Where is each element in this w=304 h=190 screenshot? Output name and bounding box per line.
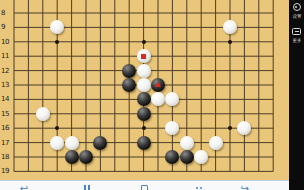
white-stone <box>209 136 223 150</box>
pause-shape <box>84 185 86 190</box>
white-stone <box>137 78 151 92</box>
row-coordinate-label: 17 <box>1 139 13 147</box>
row-coordinate-label: 18 <box>1 153 13 161</box>
black-stone <box>93 136 107 150</box>
sidebar-button-more[interactable]: 更多 <box>292 28 302 43</box>
white-stone <box>50 136 64 150</box>
sidebar-button-label: 设置 <box>292 13 301 18</box>
row-coordinate-label: 16 <box>1 124 13 132</box>
red-square-marker <box>141 54 146 59</box>
white-stone <box>36 107 50 121</box>
row-coordinate-label: 8 <box>1 9 13 17</box>
row-coordinate-label: 15 <box>1 110 13 118</box>
more-icon <box>292 28 301 35</box>
row-coordinate-label: 19 <box>1 167 13 175</box>
row-coordinate-label: 9 <box>1 23 13 31</box>
row-coordinate-label: 13 <box>1 81 13 89</box>
undo-arrow-icon[interactable]: ↩ <box>17 183 31 190</box>
red-triangle-marker <box>155 82 161 87</box>
white-stone <box>180 136 194 150</box>
row-coordinate-label: 11 <box>1 52 13 60</box>
row-coordinate-label: 14 <box>1 95 13 103</box>
bottom-toolbar: ↩↪ <box>0 180 289 190</box>
sidebar-button-gear[interactable]: 设置 <box>292 3 302 19</box>
star-point <box>142 126 146 130</box>
pause-icon[interactable] <box>80 183 94 190</box>
white-stone <box>137 64 151 78</box>
dots-shape <box>196 187 198 189</box>
black-stone <box>137 107 151 121</box>
black-stone <box>151 78 165 92</box>
redo-arrow-icon[interactable]: ↪ <box>238 183 252 190</box>
row-coordinate-label: 10 <box>1 38 13 46</box>
right-sidebar: 设置更多 <box>289 0 304 190</box>
star-point <box>228 40 232 44</box>
square-shape <box>141 185 148 190</box>
black-stone <box>180 150 194 164</box>
black-stone <box>122 64 136 78</box>
square-icon[interactable] <box>138 183 152 190</box>
dots-icon[interactable] <box>193 183 207 190</box>
black-stone <box>137 136 151 150</box>
black-stone <box>79 150 93 164</box>
go-board[interactable]: 8910111213141516171819 <box>0 0 289 190</box>
white-stone <box>65 136 79 150</box>
go-app-screen: 8910111213141516171819 设置更多 ↩↪ <box>0 0 304 190</box>
sidebar-button-label: 更多 <box>292 37 301 42</box>
row-coordinate-label: 12 <box>1 67 13 75</box>
gear-icon <box>293 3 301 11</box>
star-point <box>142 40 146 44</box>
star-point <box>55 40 59 44</box>
black-stone <box>137 92 151 106</box>
black-stone <box>65 150 79 164</box>
undo-arrow-glyph: ↩ <box>17 183 31 190</box>
redo-arrow-glyph: ↪ <box>238 183 252 190</box>
white-stone <box>137 49 151 63</box>
